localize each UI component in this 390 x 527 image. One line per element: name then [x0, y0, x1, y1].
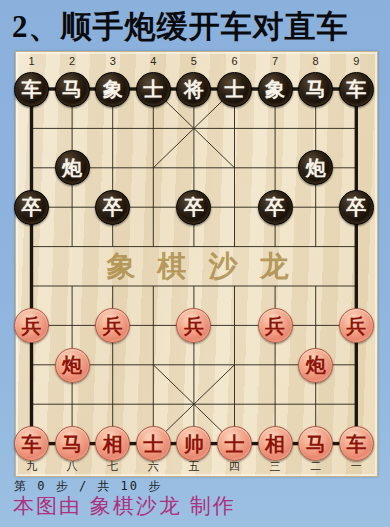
piece-red-r9c4[interactable]: 帅 [176, 426, 211, 461]
file-label-top-2: 2 [52, 54, 93, 68]
file-label-bottom-8: 二 [295, 459, 336, 473]
xiangqi-board[interactable]: 123456789 象棋沙龙 车马象士将士象马车炮炮卒卒卒卒卒兵兵兵兵兵炮炮车马… [15, 51, 378, 477]
top-file-labels: 123456789 [11, 54, 377, 68]
file-label-top-7: 7 [255, 54, 296, 68]
file-label-top-1: 1 [11, 54, 52, 68]
piece-red-r9c3[interactable]: 士 [136, 426, 171, 461]
file-label-top-3: 3 [92, 54, 133, 68]
piece-black-r0c3[interactable]: 士 [136, 72, 171, 107]
piece-red-r9c5[interactable]: 士 [217, 426, 252, 461]
piece-black-r0c6[interactable]: 象 [258, 72, 293, 107]
page-title: 2、顺手炮缓开车对直车 [12, 6, 384, 48]
board-point-r9c8: 车 [336, 424, 377, 463]
board-point-r3c6: 卒 [255, 188, 296, 227]
piece-black-r0c2[interactable]: 象 [95, 72, 130, 107]
board-point-r0c5: 士 [214, 69, 255, 108]
piece-red-r6c4[interactable]: 兵 [176, 308, 211, 343]
piece-black-r2c1[interactable]: 炮 [55, 150, 90, 185]
file-label-top-4: 4 [133, 54, 174, 68]
board-point-r0c3: 士 [133, 69, 174, 108]
piece-black-r3c4[interactable]: 卒 [176, 190, 211, 225]
file-label-bottom-6: 四 [214, 459, 255, 473]
board-point-r6c6: 兵 [255, 306, 296, 345]
piece-black-r0c1[interactable]: 马 [55, 72, 90, 107]
board-point-r9c2: 相 [92, 424, 133, 463]
board-point-r9c1: 马 [52, 424, 93, 463]
piece-black-r2c7[interactable]: 炮 [298, 150, 333, 185]
piece-red-r6c2[interactable]: 兵 [95, 308, 130, 343]
board-point-r3c0: 卒 [11, 188, 52, 227]
piece-red-r9c7[interactable]: 马 [298, 426, 333, 461]
board-point-r2c7: 炮 [295, 148, 336, 187]
file-label-top-5: 5 [174, 54, 215, 68]
board-point-r6c2: 兵 [92, 306, 133, 345]
piece-red-r6c6[interactable]: 兵 [258, 308, 293, 343]
board-point-r0c0: 车 [11, 69, 52, 108]
board-point-r3c4: 卒 [174, 188, 215, 227]
piece-black-r3c2[interactable]: 卒 [95, 190, 130, 225]
board-point-r6c0: 兵 [11, 306, 52, 345]
piece-red-r9c1[interactable]: 马 [55, 426, 90, 461]
file-label-bottom-3: 七 [92, 459, 133, 473]
board-point-r7c1: 炮 [52, 345, 93, 384]
board-point-r2c1: 炮 [52, 148, 93, 187]
piece-red-r9c6[interactable]: 相 [258, 426, 293, 461]
file-label-bottom-1: 九 [11, 459, 52, 473]
piece-red-r9c2[interactable]: 相 [95, 426, 130, 461]
piece-black-r0c4[interactable]: 将 [176, 72, 211, 107]
piece-black-r0c8[interactable]: 车 [339, 72, 374, 107]
piece-black-r3c6[interactable]: 卒 [258, 190, 293, 225]
file-label-top-6: 6 [214, 54, 255, 68]
file-label-top-9: 9 [336, 54, 377, 68]
board-point-r9c3: 士 [133, 424, 174, 463]
file-label-bottom-2: 八 [52, 459, 93, 473]
credit-line: 本图由 象棋沙龙 制作 [13, 492, 236, 520]
board-point-r7c7: 炮 [295, 345, 336, 384]
board-point-r3c8: 卒 [336, 188, 377, 227]
file-label-bottom-7: 三 [255, 459, 296, 473]
board-point-r9c5: 士 [214, 424, 255, 463]
board-point-r9c4: 帅 [174, 424, 215, 463]
board-point-r6c4: 兵 [174, 306, 215, 345]
board-point-r0c7: 马 [295, 69, 336, 108]
board-point-r0c8: 车 [336, 69, 377, 108]
board-point-r0c4: 将 [174, 69, 215, 108]
piece-red-r7c7[interactable]: 炮 [298, 348, 333, 383]
piece-red-r6c0[interactable]: 兵 [14, 308, 49, 343]
piece-red-r9c0[interactable]: 车 [14, 426, 49, 461]
pieces-grid: 车马象士将士象马车炮炮卒卒卒卒卒兵兵兵兵兵炮炮车马相士帅士相马车 [11, 69, 376, 463]
board-point-r6c8: 兵 [336, 306, 377, 345]
board-point-r9c6: 相 [255, 424, 296, 463]
board-point-r9c7: 马 [295, 424, 336, 463]
file-label-bottom-9: 一 [336, 459, 377, 473]
piece-black-r3c8[interactable]: 卒 [339, 190, 374, 225]
board-point-r0c1: 马 [52, 69, 93, 108]
piece-black-r0c5[interactable]: 士 [217, 72, 252, 107]
piece-black-r0c7[interactable]: 马 [298, 72, 333, 107]
file-label-bottom-4: 六 [133, 459, 174, 473]
piece-black-r0c0[interactable]: 车 [14, 72, 49, 107]
piece-red-r6c8[interactable]: 兵 [339, 308, 374, 343]
file-label-top-8: 8 [295, 54, 336, 68]
file-label-bottom-5: 五 [174, 459, 215, 473]
board-point-r0c6: 象 [255, 69, 296, 108]
board-point-r3c2: 卒 [92, 188, 133, 227]
piece-red-r9c8[interactable]: 车 [339, 426, 374, 461]
board-point-r9c0: 车 [11, 424, 52, 463]
piece-black-r3c0[interactable]: 卒 [14, 190, 49, 225]
board-point-r0c2: 象 [92, 69, 133, 108]
piece-red-r7c1[interactable]: 炮 [55, 348, 90, 383]
bottom-file-labels: 九八七六五四三二一 [11, 459, 377, 473]
